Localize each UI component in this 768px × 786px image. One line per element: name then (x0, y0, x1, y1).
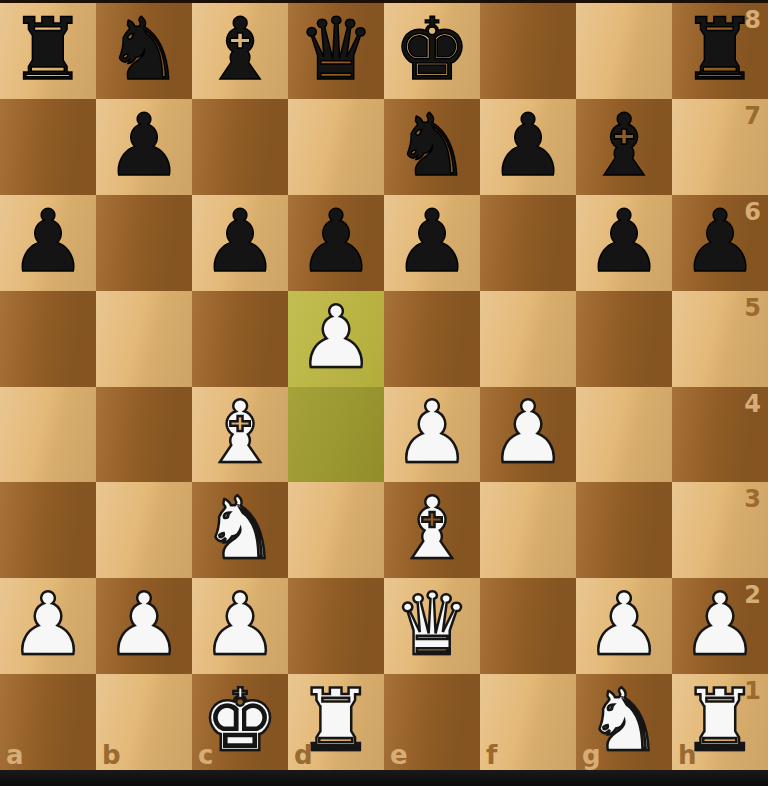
square-a8[interactable]: ♜ (0, 3, 96, 99)
black-knight[interactable]: ♞ (393, 102, 470, 188)
rank-label-3: 3 (744, 485, 761, 513)
square-d2[interactable] (288, 578, 384, 674)
black-bishop[interactable]: ♝ (585, 102, 662, 188)
black-knight[interactable]: ♞ (105, 6, 182, 92)
square-g4[interactable] (576, 387, 672, 483)
square-c5[interactable] (192, 291, 288, 387)
white-pawn[interactable]: ♟ (393, 389, 470, 475)
black-pawn[interactable]: ♟ (201, 198, 278, 284)
square-e7[interactable]: ♞ (384, 99, 480, 195)
square-e3[interactable]: ♝ (384, 482, 480, 578)
square-b8[interactable]: ♞ (96, 3, 192, 99)
square-a5[interactable] (0, 291, 96, 387)
square-d3[interactable] (288, 482, 384, 578)
square-f3[interactable] (480, 482, 576, 578)
square-b1[interactable]: b (96, 674, 192, 770)
black-pawn[interactable]: ♟ (297, 198, 374, 284)
square-g2[interactable]: ♟ (576, 578, 672, 674)
square-h5[interactable]: 5 (672, 291, 768, 387)
white-pawn[interactable]: ♟ (489, 389, 566, 475)
square-b7[interactable]: ♟ (96, 99, 192, 195)
square-e4[interactable]: ♟ (384, 387, 480, 483)
black-pawn[interactable]: ♟ (105, 102, 182, 188)
square-d8[interactable]: ♛ (288, 3, 384, 99)
black-bishop[interactable]: ♝ (201, 6, 278, 92)
square-h6[interactable]: ♟6 (672, 195, 768, 291)
square-h7[interactable]: 7 (672, 99, 768, 195)
black-pawn[interactable]: ♟ (393, 198, 470, 284)
black-rook[interactable]: ♜ (9, 6, 86, 92)
square-c3[interactable]: ♞ (192, 482, 288, 578)
black-queen[interactable]: ♛ (297, 6, 374, 92)
square-f1[interactable]: f (480, 674, 576, 770)
white-knight[interactable]: ♞ (201, 485, 278, 571)
file-label-a: a (6, 740, 24, 770)
square-c1[interactable]: ♚c (192, 674, 288, 770)
square-c6[interactable]: ♟ (192, 195, 288, 291)
square-c8[interactable]: ♝ (192, 3, 288, 99)
rank-label-5: 5 (744, 294, 761, 322)
white-pawn[interactable]: ♟ (201, 581, 278, 667)
square-b5[interactable] (96, 291, 192, 387)
square-e8[interactable]: ♚ (384, 3, 480, 99)
square-d1[interactable]: ♜d (288, 674, 384, 770)
square-d7[interactable] (288, 99, 384, 195)
black-pawn[interactable]: ♟ (585, 198, 662, 284)
black-king[interactable]: ♚ (393, 6, 470, 92)
square-g1[interactable]: ♞g (576, 674, 672, 770)
square-a3[interactable] (0, 482, 96, 578)
white-knight[interactable]: ♞ (585, 677, 662, 763)
rank-label-4: 4 (744, 390, 761, 418)
square-d6[interactable]: ♟ (288, 195, 384, 291)
square-d4[interactable] (288, 387, 384, 483)
square-b3[interactable] (96, 482, 192, 578)
black-rook[interactable]: ♜ (681, 6, 758, 92)
square-e6[interactable]: ♟ (384, 195, 480, 291)
bottom-bar (0, 770, 768, 786)
file-label-e: e (390, 740, 408, 770)
black-pawn[interactable]: ♟ (9, 198, 86, 284)
square-f4[interactable]: ♟ (480, 387, 576, 483)
square-f7[interactable]: ♟ (480, 99, 576, 195)
square-h8[interactable]: ♜8 (672, 3, 768, 99)
square-e1[interactable]: e (384, 674, 480, 770)
white-queen[interactable]: ♛ (393, 581, 470, 667)
square-a7[interactable] (0, 99, 96, 195)
square-h3[interactable]: 3 (672, 482, 768, 578)
square-a6[interactable]: ♟ (0, 195, 96, 291)
square-a2[interactable]: ♟ (0, 578, 96, 674)
white-bishop[interactable]: ♝ (201, 389, 278, 475)
file-label-b: b (102, 740, 121, 770)
rank-label-7: 7 (744, 102, 761, 130)
square-a4[interactable] (0, 387, 96, 483)
white-bishop[interactable]: ♝ (393, 485, 470, 571)
square-f8[interactable] (480, 3, 576, 99)
square-a1[interactable]: a (0, 674, 96, 770)
square-b6[interactable] (96, 195, 192, 291)
square-h4[interactable]: 4 (672, 387, 768, 483)
chess-board: ♜♞♝♛♚♜8♟♞♟♝7♟♟♟♟♟♟6♟5♝♟♟4♞♝3♟♟♟♛♟♟2ab♚c♜… (0, 0, 768, 770)
square-c7[interactable] (192, 99, 288, 195)
white-pawn[interactable]: ♟ (585, 581, 662, 667)
square-f5[interactable] (480, 291, 576, 387)
white-rook[interactable]: ♜ (681, 677, 758, 763)
white-rook[interactable]: ♜ (297, 677, 374, 763)
white-king[interactable]: ♚ (201, 677, 278, 763)
white-pawn[interactable]: ♟ (9, 581, 86, 667)
square-g8[interactable] (576, 3, 672, 99)
square-e5[interactable] (384, 291, 480, 387)
white-pawn[interactable]: ♟ (105, 581, 182, 667)
square-g3[interactable] (576, 482, 672, 578)
square-g5[interactable] (576, 291, 672, 387)
white-pawn[interactable]: ♟ (681, 581, 758, 667)
black-pawn[interactable]: ♟ (489, 102, 566, 188)
square-b2[interactable]: ♟ (96, 578, 192, 674)
black-pawn[interactable]: ♟ (681, 198, 758, 284)
square-g7[interactable]: ♝ (576, 99, 672, 195)
chess-board-screenshot: ♜♞♝♛♚♜8♟♞♟♝7♟♟♟♟♟♟6♟5♝♟♟4♞♝3♟♟♟♛♟♟2ab♚c♜… (0, 0, 768, 786)
square-f6[interactable] (480, 195, 576, 291)
square-h2[interactable]: ♟2 (672, 578, 768, 674)
file-label-f: f (486, 740, 497, 770)
square-e2[interactable]: ♛ (384, 578, 480, 674)
square-f2[interactable] (480, 578, 576, 674)
square-g6[interactable]: ♟ (576, 195, 672, 291)
square-c2[interactable]: ♟ (192, 578, 288, 674)
white-pawn[interactable]: ♟ (297, 294, 374, 380)
square-d5[interactable]: ♟ (288, 291, 384, 387)
square-c4[interactable]: ♝ (192, 387, 288, 483)
square-h1[interactable]: ♜1h (672, 674, 768, 770)
square-b4[interactable] (96, 387, 192, 483)
